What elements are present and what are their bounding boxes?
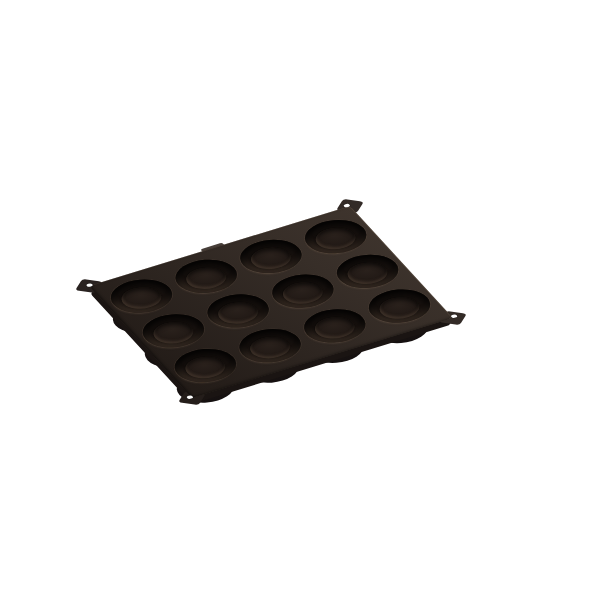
muffin-tray: [89, 206, 453, 398]
cavity: [294, 303, 376, 349]
cavity-floor: [179, 353, 232, 382]
cavity: [262, 268, 344, 314]
cavity-floor: [276, 278, 329, 307]
cavity-floor: [309, 224, 362, 253]
product-photo: [0, 0, 600, 600]
cavity-floor: [147, 318, 200, 347]
cavity: [165, 253, 247, 299]
cavity-floor: [308, 313, 361, 342]
cavity-floor: [373, 293, 426, 322]
cavity-floor: [244, 244, 297, 273]
tray-sheet: [89, 206, 453, 398]
cavity: [229, 323, 311, 369]
cavity: [230, 234, 312, 280]
cavity: [327, 249, 409, 295]
cavity-floor: [341, 259, 394, 288]
cavity-floor: [244, 333, 297, 362]
cavity: [295, 214, 377, 260]
cavity-floor: [212, 298, 265, 327]
cavity: [133, 308, 215, 354]
cavity: [165, 343, 247, 389]
cavity-grid: [89, 206, 453, 398]
cavity-floor: [180, 263, 233, 292]
cavity: [197, 288, 279, 334]
cavity: [101, 273, 183, 319]
cavity: [359, 283, 441, 329]
cavity-floor: [115, 283, 168, 312]
